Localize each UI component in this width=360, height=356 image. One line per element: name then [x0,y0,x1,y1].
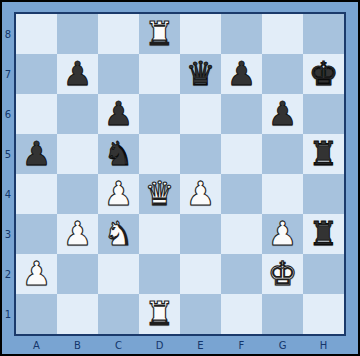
square-c6[interactable]: ♟ [98,94,139,134]
white-knight-c3[interactable]: ♞ [98,214,139,254]
square-f7[interactable]: ♟ [221,54,262,94]
square-g3[interactable]: ♟ [262,214,303,254]
square-d7[interactable] [139,54,180,94]
square-d5[interactable] [139,134,180,174]
white-pawn-b3[interactable]: ♟ [57,214,98,254]
square-c2[interactable] [98,254,139,294]
square-a8[interactable] [16,14,57,54]
chess-diagram: 87654321 ♜♟♛♟♚♟♟♟♞♜♟♛♟♟♞♟♜♟♚♜ ABCDEFGH [0,0,360,356]
square-c3[interactable]: ♞ [98,214,139,254]
square-f8[interactable] [221,14,262,54]
square-g8[interactable] [262,14,303,54]
black-rook-h5[interactable]: ♜ [303,134,344,174]
square-d1[interactable]: ♜ [139,294,180,334]
black-pawn-a5[interactable]: ♟ [16,134,57,174]
square-b2[interactable] [57,254,98,294]
square-g2[interactable]: ♚ [262,254,303,294]
white-rook-d8[interactable]: ♜ [139,14,180,54]
square-a6[interactable] [16,94,57,134]
square-e8[interactable] [180,14,221,54]
square-g7[interactable] [262,54,303,94]
square-f6[interactable] [221,94,262,134]
file-label-f: F [221,336,262,354]
square-g1[interactable] [262,294,303,334]
white-pawn-c4[interactable]: ♟ [98,174,139,214]
black-rook-h3[interactable]: ♜ [303,214,344,254]
file-label-d: D [139,336,180,354]
square-d3[interactable] [139,214,180,254]
square-c1[interactable] [98,294,139,334]
file-label-c: C [98,336,139,354]
square-h1[interactable] [303,294,344,334]
square-a4[interactable] [16,174,57,214]
square-h5[interactable]: ♜ [303,134,344,174]
black-knight-c5[interactable]: ♞ [98,134,139,174]
chess-board: ♜♟♛♟♚♟♟♟♞♜♟♛♟♟♞♟♜♟♚♜ [14,12,346,336]
square-g4[interactable] [262,174,303,214]
square-b1[interactable] [57,294,98,334]
white-rook-d1[interactable]: ♜ [139,294,180,334]
square-e5[interactable] [180,134,221,174]
rank-label-7: 7 [2,54,14,94]
black-pawn-g6[interactable]: ♟ [262,94,303,134]
square-h6[interactable] [303,94,344,134]
square-e3[interactable] [180,214,221,254]
square-h2[interactable] [303,254,344,294]
square-a1[interactable] [16,294,57,334]
rank-label-6: 6 [2,94,14,134]
black-pawn-b7[interactable]: ♟ [57,54,98,94]
white-pawn-a2[interactable]: ♟ [16,254,57,294]
rank-label-4: 4 [2,174,14,214]
file-label-h: H [303,336,344,354]
square-e2[interactable] [180,254,221,294]
square-e6[interactable] [180,94,221,134]
square-e1[interactable] [180,294,221,334]
square-a7[interactable] [16,54,57,94]
file-labels: ABCDEFGH [16,336,344,354]
file-label-a: A [16,336,57,354]
square-b7[interactable]: ♟ [57,54,98,94]
square-a5[interactable]: ♟ [16,134,57,174]
file-label-e: E [180,336,221,354]
rank-label-1: 1 [2,294,14,334]
square-d8[interactable]: ♜ [139,14,180,54]
black-pawn-f7[interactable]: ♟ [221,54,262,94]
square-e7[interactable]: ♛ [180,54,221,94]
square-g6[interactable]: ♟ [262,94,303,134]
rank-label-3: 3 [2,214,14,254]
square-d6[interactable] [139,94,180,134]
square-c7[interactable] [98,54,139,94]
rank-label-8: 8 [2,14,14,54]
square-f5[interactable] [221,134,262,174]
square-c4[interactable]: ♟ [98,174,139,214]
black-queen-e7[interactable]: ♛ [180,54,221,94]
square-c5[interactable]: ♞ [98,134,139,174]
square-h7[interactable]: ♚ [303,54,344,94]
rank-labels: 87654321 [2,14,14,334]
square-b4[interactable] [57,174,98,214]
square-d4[interactable]: ♛ [139,174,180,214]
black-king-h7[interactable]: ♚ [303,54,344,94]
rank-label-5: 5 [2,134,14,174]
square-f2[interactable] [221,254,262,294]
square-e4[interactable]: ♟ [180,174,221,214]
square-g5[interactable] [262,134,303,174]
square-a2[interactable]: ♟ [16,254,57,294]
square-b5[interactable] [57,134,98,174]
square-a3[interactable] [16,214,57,254]
square-f3[interactable] [221,214,262,254]
square-d2[interactable] [139,254,180,294]
square-h3[interactable]: ♜ [303,214,344,254]
square-h4[interactable] [303,174,344,214]
square-c8[interactable] [98,14,139,54]
white-king-g2[interactable]: ♚ [262,254,303,294]
white-pawn-e4[interactable]: ♟ [180,174,221,214]
square-h8[interactable] [303,14,344,54]
white-queen-d4[interactable]: ♛ [139,174,180,214]
file-label-b: B [57,336,98,354]
square-b6[interactable] [57,94,98,134]
file-label-g: G [262,336,303,354]
rank-label-2: 2 [2,254,14,294]
square-f1[interactable] [221,294,262,334]
square-b8[interactable] [57,14,98,54]
square-b3[interactable]: ♟ [57,214,98,254]
black-pawn-c6[interactable]: ♟ [98,94,139,134]
white-pawn-g3[interactable]: ♟ [262,214,303,254]
square-f4[interactable] [221,174,262,214]
